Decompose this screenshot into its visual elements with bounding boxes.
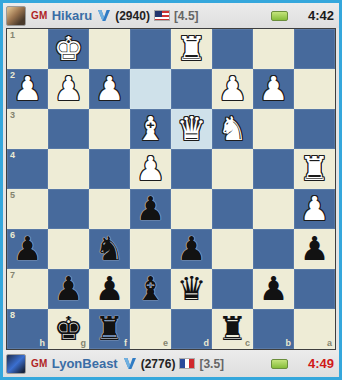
square-a6[interactable]: ♟ — [294, 229, 335, 269]
square-g7[interactable]: ♟ — [48, 269, 89, 309]
square-g1[interactable]: ♚ — [48, 29, 89, 69]
connection-battery-icon — [271, 11, 288, 21]
rank-label-2: 2 — [10, 70, 15, 80]
square-d7[interactable]: ♛ — [171, 269, 212, 309]
square-d5[interactable] — [171, 189, 212, 229]
piece-white-queen[interactable]: ♛ — [171, 109, 212, 149]
board-area: 1♚♜♟2♟♟♟♟3♝♛♞4♟♜5♟♟♟6♞♟♟7♟♟♝♛♟8h♚g♜fed♜c… — [3, 28, 339, 350]
piece-white-pawn[interactable]: ♟ — [89, 69, 130, 109]
square-e3[interactable]: ♝ — [130, 109, 171, 149]
square-b5[interactable] — [253, 189, 294, 229]
piece-black-bishop[interactable]: ♝ — [130, 269, 171, 309]
square-f3[interactable] — [89, 109, 130, 149]
square-g8[interactable]: ♚g — [48, 309, 89, 349]
top-player-avatar[interactable] — [6, 6, 26, 26]
square-c4[interactable] — [212, 149, 253, 189]
file-label-a: a — [327, 338, 332, 348]
rank-label-8: 8 — [10, 310, 15, 320]
rank-label-1: 1 — [10, 30, 15, 40]
square-b6[interactable] — [253, 229, 294, 269]
piece-black-pawn[interactable]: ♟ — [294, 229, 335, 269]
rank-label-3: 3 — [10, 110, 15, 120]
piece-white-knight[interactable]: ♞ — [212, 109, 253, 149]
square-h5[interactable]: 5 — [7, 189, 48, 229]
top-player-match-score: [4.5] — [174, 9, 199, 23]
square-f2[interactable]: ♟ — [89, 69, 130, 109]
game-window: GM Hikaru (2940) [4.5] 4:42 1♚♜♟2♟♟♟♟3♝♛… — [0, 0, 342, 380]
piece-black-queen[interactable]: ♛ — [171, 269, 212, 309]
square-f5[interactable] — [89, 189, 130, 229]
square-c3[interactable]: ♞ — [212, 109, 253, 149]
square-a3[interactable] — [294, 109, 335, 149]
square-c1[interactable] — [212, 29, 253, 69]
square-b3[interactable] — [253, 109, 294, 149]
square-h6[interactable]: ♟6 — [7, 229, 48, 269]
piece-black-pawn[interactable]: ♟ — [253, 269, 294, 309]
square-e8[interactable]: e — [130, 309, 171, 349]
square-a8[interactable]: a — [294, 309, 335, 349]
square-d8[interactable]: d — [171, 309, 212, 349]
file-label-b: b — [286, 338, 292, 348]
piece-white-bishop[interactable]: ♝ — [130, 109, 171, 149]
top-player-title-badge: GM — [31, 10, 48, 21]
square-c6[interactable] — [212, 229, 253, 269]
piece-white-pawn[interactable]: ♟ — [48, 69, 89, 109]
square-c7[interactable] — [212, 269, 253, 309]
piece-black-knight[interactable]: ♞ — [89, 229, 130, 269]
square-d3[interactable]: ♛ — [171, 109, 212, 149]
square-e2[interactable] — [130, 69, 171, 109]
square-g5[interactable] — [48, 189, 89, 229]
bottom-player-clock: 4:49 — [302, 356, 334, 371]
us-flag-icon — [154, 10, 170, 21]
top-player-name[interactable]: Hikaru — [52, 8, 92, 23]
file-label-h: h — [40, 338, 46, 348]
square-g6[interactable] — [48, 229, 89, 269]
square-d2[interactable] — [171, 69, 212, 109]
connection-battery-icon — [271, 359, 288, 369]
file-label-e: e — [163, 338, 168, 348]
rank-label-6: 6 — [10, 230, 15, 240]
top-player-bar: GM Hikaru (2940) [4.5] 4:42 — [3, 3, 339, 28]
square-c8[interactable]: ♜c — [212, 309, 253, 349]
piece-black-pawn[interactable]: ♟ — [130, 189, 171, 229]
piece-white-pawn[interactable]: ♟ — [294, 189, 335, 229]
square-d1[interactable]: ♜ — [171, 29, 212, 69]
square-a5[interactable]: ♟ — [294, 189, 335, 229]
square-a4[interactable]: ♜ — [294, 149, 335, 189]
square-b8[interactable]: b — [253, 309, 294, 349]
bottom-player-bar: GM LyonBeast (2776) [3.5] 4:49 — [3, 350, 339, 377]
square-b4[interactable] — [253, 149, 294, 189]
file-label-d: d — [204, 338, 210, 348]
square-f7[interactable]: ♟ — [89, 269, 130, 309]
bottom-player-name[interactable]: LyonBeast — [52, 356, 118, 371]
verified-icon — [97, 9, 111, 22]
square-b2[interactable]: ♟ — [253, 69, 294, 109]
file-label-g: g — [81, 338, 87, 348]
square-h4[interactable]: 4 — [7, 149, 48, 189]
rank-label-5: 5 — [10, 190, 15, 200]
square-a7[interactable] — [294, 269, 335, 309]
piece-white-rook[interactable]: ♜ — [294, 149, 335, 189]
square-h2[interactable]: ♟2 — [7, 69, 48, 109]
piece-black-pawn[interactable]: ♟ — [48, 269, 89, 309]
square-e5[interactable]: ♟ — [130, 189, 171, 229]
fr-flag-icon — [179, 358, 195, 369]
square-e6[interactable] — [130, 229, 171, 269]
bottom-player-avatar[interactable] — [6, 354, 26, 374]
square-c5[interactable] — [212, 189, 253, 229]
square-b7[interactable]: ♟ — [253, 269, 294, 309]
bottom-player-match-score: [3.5] — [199, 357, 224, 371]
square-c2[interactable]: ♟ — [212, 69, 253, 109]
bottom-player-title-badge: GM — [31, 358, 48, 369]
piece-white-pawn[interactable]: ♟ — [253, 69, 294, 109]
square-d4[interactable] — [171, 149, 212, 189]
square-b1[interactable] — [253, 29, 294, 69]
chess-board[interactable]: 1♚♜♟2♟♟♟♟3♝♛♞4♟♜5♟♟♟6♞♟♟7♟♟♝♛♟8h♚g♜fed♜c… — [6, 28, 336, 350]
file-label-f: f — [124, 338, 127, 348]
bottom-player-rating: (2776) — [141, 357, 176, 371]
square-f4[interactable] — [89, 149, 130, 189]
piece-white-rook[interactable]: ♜ — [171, 29, 212, 69]
square-h3[interactable]: 3 — [7, 109, 48, 149]
square-f6[interactable]: ♞ — [89, 229, 130, 269]
top-player-rating: (2940) — [115, 9, 150, 23]
square-g4[interactable] — [48, 149, 89, 189]
square-e4[interactable]: ♟ — [130, 149, 171, 189]
square-a2[interactable] — [294, 69, 335, 109]
piece-black-pawn[interactable]: ♟ — [89, 269, 130, 309]
piece-white-pawn[interactable]: ♟ — [212, 69, 253, 109]
square-g3[interactable] — [48, 109, 89, 149]
square-e7[interactable]: ♝ — [130, 269, 171, 309]
verified-icon — [123, 357, 137, 370]
square-f1[interactable] — [89, 29, 130, 69]
square-h8[interactable]: 8h — [7, 309, 48, 349]
rank-label-7: 7 — [10, 270, 15, 280]
top-player-clock: 4:42 — [302, 8, 334, 23]
piece-black-pawn[interactable]: ♟ — [171, 229, 212, 269]
rank-label-4: 4 — [10, 150, 15, 160]
square-g2[interactable]: ♟ — [48, 69, 89, 109]
piece-white-king[interactable]: ♚ — [48, 29, 89, 69]
square-a1[interactable] — [294, 29, 335, 69]
square-f8[interactable]: ♜f — [89, 309, 130, 349]
square-e1[interactable] — [130, 29, 171, 69]
file-label-c: c — [245, 338, 250, 348]
piece-white-pawn[interactable]: ♟ — [130, 149, 171, 189]
square-d6[interactable]: ♟ — [171, 229, 212, 269]
square-h1[interactable]: 1 — [7, 29, 48, 69]
square-h7[interactable]: 7 — [7, 269, 48, 309]
